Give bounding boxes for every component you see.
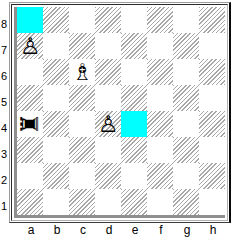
square-f1[interactable] — [147, 189, 173, 215]
square-c8[interactable] — [69, 7, 95, 33]
square-e5[interactable] — [121, 85, 147, 111]
square-f5[interactable] — [147, 85, 173, 111]
square-e3[interactable] — [121, 137, 147, 163]
board-shadow: ♙♗♜♙ — [14, 7, 225, 218]
chess-board: ♙♗♜♙ — [17, 7, 225, 215]
square-d4[interactable]: ♙ — [95, 111, 121, 137]
square-f7[interactable] — [147, 33, 173, 59]
file-label-c: c — [70, 223, 96, 239]
rank-label-8: 8 — [0, 11, 9, 37]
square-g7[interactable] — [173, 33, 199, 59]
square-c4[interactable] — [69, 111, 95, 137]
square-e7[interactable] — [121, 33, 147, 59]
square-d7[interactable] — [95, 33, 121, 59]
file-label-a: a — [18, 223, 44, 239]
square-b3[interactable] — [43, 137, 69, 163]
square-f8[interactable] — [147, 7, 173, 33]
square-e2[interactable] — [121, 163, 147, 189]
square-b4[interactable] — [43, 111, 69, 137]
rank-label-4: 4 — [0, 115, 9, 141]
square-h2[interactable] — [199, 163, 225, 189]
square-h3[interactable] — [199, 137, 225, 163]
square-h4[interactable] — [199, 111, 225, 137]
file-label-d: d — [96, 223, 122, 239]
square-c3[interactable] — [69, 137, 95, 163]
square-g4[interactable] — [173, 111, 199, 137]
square-b1[interactable] — [43, 189, 69, 215]
square-d2[interactable] — [95, 163, 121, 189]
square-c5[interactable] — [69, 85, 95, 111]
square-h1[interactable] — [199, 189, 225, 215]
file-label-f: f — [148, 223, 174, 239]
white-pawn[interactable]: ♙ — [20, 33, 41, 59]
rank-label-1: 1 — [0, 193, 9, 219]
square-h6[interactable] — [199, 59, 225, 85]
file-label-b: b — [44, 223, 70, 239]
square-c7[interactable] — [69, 33, 95, 59]
square-c2[interactable] — [69, 163, 95, 189]
square-a8[interactable] — [17, 7, 43, 33]
square-d5[interactable] — [95, 85, 121, 111]
square-b8[interactable] — [43, 7, 69, 33]
board-frame-inner: ♙♗♜♙ — [11, 4, 228, 221]
square-f3[interactable] — [147, 137, 173, 163]
white-bishop[interactable]: ♗ — [72, 59, 93, 85]
rank-labels: 87654321 — [0, 2, 9, 223]
square-d3[interactable] — [95, 137, 121, 163]
square-c1[interactable] — [69, 189, 95, 215]
black-rook[interactable]: ♜ — [17, 113, 43, 135]
square-g6[interactable] — [173, 59, 199, 85]
square-a7[interactable]: ♙ — [17, 33, 43, 59]
square-h8[interactable] — [199, 7, 225, 33]
square-g5[interactable] — [173, 85, 199, 111]
square-d1[interactable] — [95, 189, 121, 215]
file-labels: abcdefgh — [9, 223, 234, 239]
square-e6[interactable] — [121, 59, 147, 85]
square-g3[interactable] — [173, 137, 199, 163]
file-label-e: e — [122, 223, 148, 239]
square-d6[interactable] — [95, 59, 121, 85]
square-h7[interactable] — [199, 33, 225, 59]
square-a2[interactable] — [17, 163, 43, 189]
board-frame-outer: ♙♗♜♙ — [9, 2, 231, 223]
rank-label-6: 6 — [0, 63, 9, 89]
square-e8[interactable] — [121, 7, 147, 33]
square-a3[interactable] — [17, 137, 43, 163]
square-c6[interactable]: ♗ — [69, 59, 95, 85]
rank-label-7: 7 — [0, 37, 9, 63]
square-a5[interactable] — [17, 85, 43, 111]
rank-label-2: 2 — [0, 167, 9, 193]
square-h5[interactable] — [199, 85, 225, 111]
square-d8[interactable] — [95, 7, 121, 33]
file-label-h: h — [200, 223, 226, 239]
square-a1[interactable] — [17, 189, 43, 215]
square-a6[interactable] — [17, 59, 43, 85]
square-e1[interactable] — [121, 189, 147, 215]
rank-label-3: 3 — [0, 141, 9, 167]
square-e4[interactable] — [121, 111, 147, 137]
square-g8[interactable] — [173, 7, 199, 33]
square-f2[interactable] — [147, 163, 173, 189]
square-g1[interactable] — [173, 189, 199, 215]
square-b2[interactable] — [43, 163, 69, 189]
square-g2[interactable] — [173, 163, 199, 189]
chess-diagram: 87654321 ♙♗♜♙ abcdefgh — [0, 0, 234, 239]
square-b6[interactable] — [43, 59, 69, 85]
square-a4[interactable]: ♜ — [17, 111, 43, 137]
square-f4[interactable] — [147, 111, 173, 137]
square-f6[interactable] — [147, 59, 173, 85]
square-b5[interactable] — [43, 85, 69, 111]
square-b7[interactable] — [43, 33, 69, 59]
rank-label-5: 5 — [0, 89, 9, 115]
white-pawn[interactable]: ♙ — [98, 111, 119, 137]
file-label-g: g — [174, 223, 200, 239]
